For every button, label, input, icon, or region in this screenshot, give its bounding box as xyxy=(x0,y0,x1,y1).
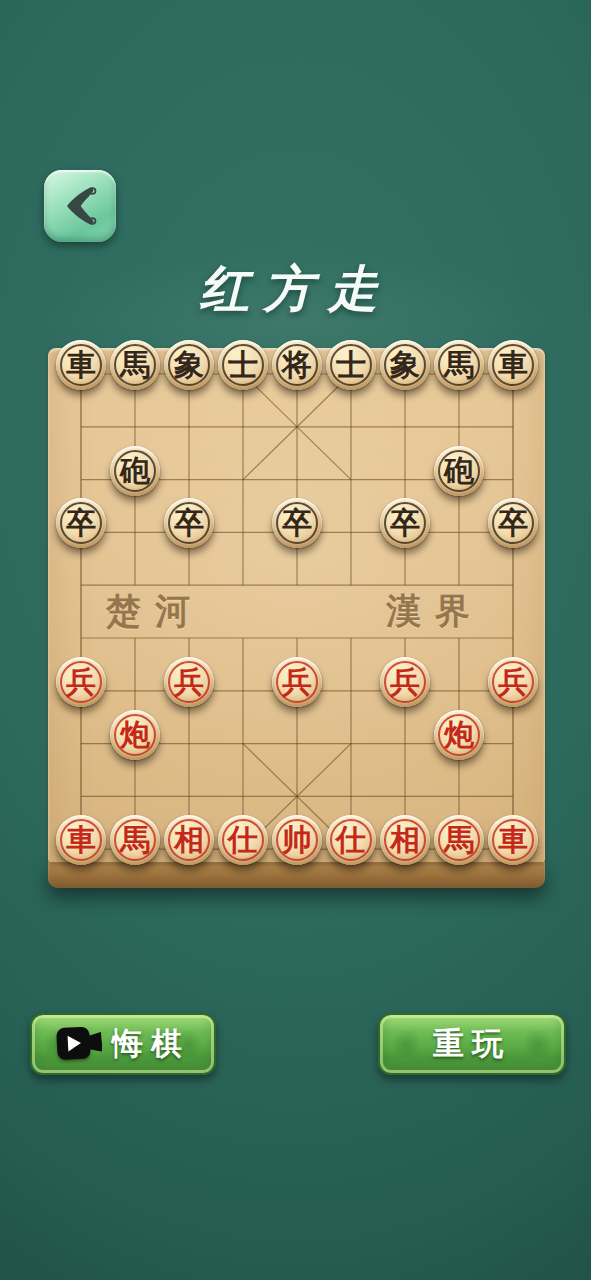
piece-black-士[interactable]: 士 xyxy=(326,340,376,390)
piece-black-象[interactable]: 象 xyxy=(164,340,214,390)
piece-red-炮[interactable]: 炮 xyxy=(434,710,484,760)
piece-black-車[interactable]: 車 xyxy=(56,340,106,390)
piece-black-将[interactable]: 将 xyxy=(272,340,322,390)
xiangqi-board[interactable]: 楚河 漢界 車馬象士将士象馬車砲砲卒卒卒卒卒兵兵兵兵兵炮炮車馬相仕帅仕相馬車 xyxy=(48,348,545,862)
replay-button-label: 重玩 xyxy=(433,1023,511,1065)
undo-button[interactable]: 悔棋 xyxy=(30,1013,216,1075)
piece-black-象[interactable]: 象 xyxy=(380,340,430,390)
piece-red-兵[interactable]: 兵 xyxy=(380,657,430,707)
piece-red-兵[interactable]: 兵 xyxy=(164,657,214,707)
piece-red-炮[interactable]: 炮 xyxy=(110,710,160,760)
piece-black-馬[interactable]: 馬 xyxy=(434,340,484,390)
piece-red-馬[interactable]: 馬 xyxy=(434,815,484,865)
piece-black-車[interactable]: 車 xyxy=(488,340,538,390)
ornate-back-arrow-icon xyxy=(57,183,103,229)
piece-black-馬[interactable]: 馬 xyxy=(110,340,160,390)
piece-red-相[interactable]: 相 xyxy=(380,815,430,865)
piece-black-士[interactable]: 士 xyxy=(218,340,268,390)
undo-button-label: 悔棋 xyxy=(112,1023,190,1065)
piece-red-相[interactable]: 相 xyxy=(164,815,214,865)
piece-red-兵[interactable]: 兵 xyxy=(56,657,106,707)
piece-red-帅[interactable]: 帅 xyxy=(272,815,322,865)
piece-red-仕[interactable]: 仕 xyxy=(218,815,268,865)
back-button[interactable] xyxy=(44,170,116,242)
river-label-right: 漢界 xyxy=(386,588,484,635)
piece-red-仕[interactable]: 仕 xyxy=(326,815,376,865)
replay-button[interactable]: 重玩 xyxy=(378,1013,566,1075)
river-label-left: 楚河 xyxy=(106,588,204,635)
piece-red-車[interactable]: 車 xyxy=(488,815,538,865)
piece-black-砲[interactable]: 砲 xyxy=(110,446,160,496)
piece-red-車[interactable]: 車 xyxy=(56,815,106,865)
piece-red-兵[interactable]: 兵 xyxy=(272,657,322,707)
piece-black-砲[interactable]: 砲 xyxy=(434,446,484,496)
piece-red-兵[interactable]: 兵 xyxy=(488,657,538,707)
turn-indicator-title: 红方走 xyxy=(0,256,591,323)
piece-red-馬[interactable]: 馬 xyxy=(110,815,160,865)
camcorder-icon xyxy=(55,1022,105,1066)
